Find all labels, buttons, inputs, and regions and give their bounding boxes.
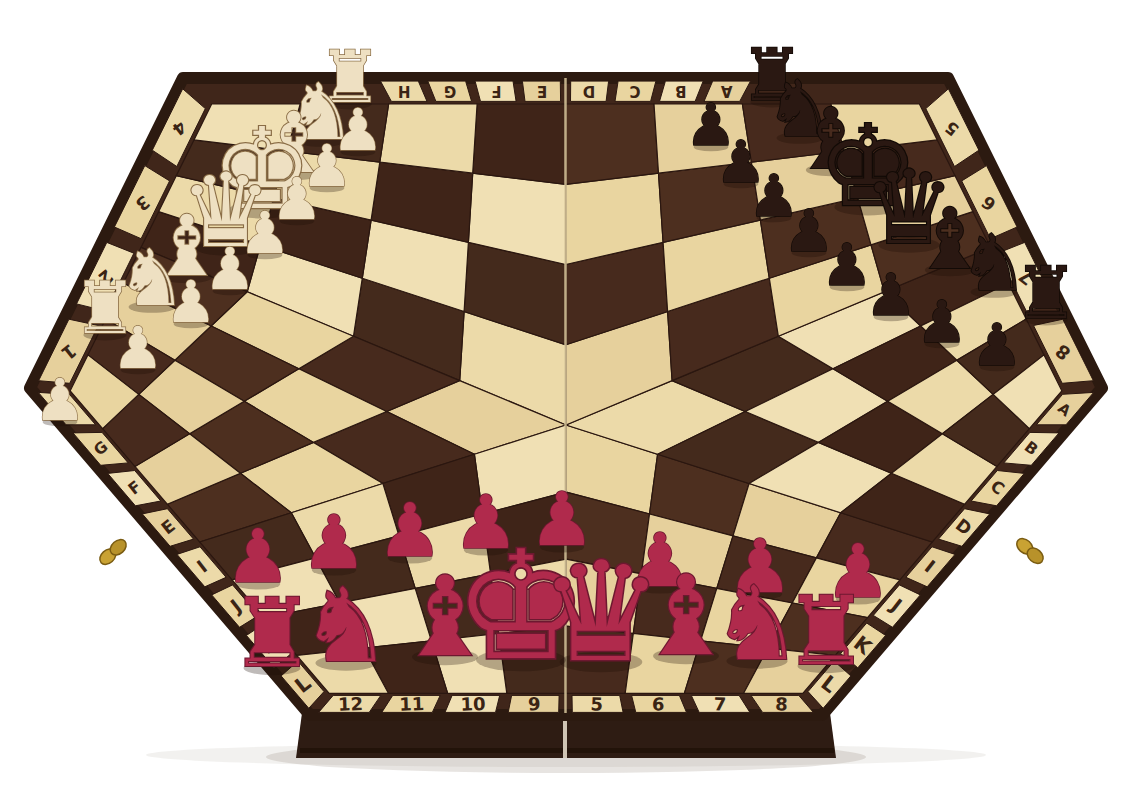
coordinate-label: 7 — [713, 693, 726, 714]
coordinate-label: E — [537, 82, 547, 100]
coordinate-label: C — [629, 82, 640, 100]
coordinate-label: 8 — [775, 693, 788, 714]
white-pawn[interactable]: ♟ — [112, 314, 164, 382]
black-pawn[interactable]: ♟ — [865, 261, 917, 329]
red-queen[interactable]: ♛ — [539, 532, 663, 693]
coordinate-label: 10 — [460, 693, 486, 715]
red-rook[interactable]: ♜ — [229, 578, 314, 688]
coordinate-label: H — [398, 82, 411, 100]
three-player-chess-board: HGFEDCBA4321HGFEIJKL12111095678LKJIDCBA5… — [0, 0, 1131, 800]
board-cell[interactable] — [566, 104, 659, 184]
brass-clasp[interactable] — [1014, 535, 1046, 566]
photo-background: HGFEDCBA4321HGFEIJKL12111095678LKJIDCBA5… — [0, 0, 1131, 800]
coordinate-label: D — [583, 82, 595, 100]
board-cell[interactable] — [473, 104, 566, 184]
black-rook[interactable]: ♜ — [1014, 251, 1079, 335]
coordinate-label: G — [444, 82, 456, 100]
coordinate-label: 6 — [652, 693, 665, 714]
black-pawn[interactable]: ♟ — [971, 311, 1023, 379]
board-cell[interactable] — [380, 104, 477, 173]
coordinate-label: F — [491, 82, 501, 100]
brass-clasp[interactable] — [97, 536, 129, 567]
red-rook[interactable]: ♜ — [783, 576, 868, 686]
white-pawn[interactable]: ♟ — [165, 268, 217, 336]
coordinate-label: 12 — [338, 693, 364, 715]
white-pawn[interactable]: ♟ — [34, 366, 86, 434]
coordinate-label: 11 — [399, 693, 425, 715]
coordinate-label: 9 — [528, 693, 541, 714]
black-pawn[interactable]: ♟ — [916, 288, 968, 356]
coordinate-label: 5 — [590, 693, 603, 714]
